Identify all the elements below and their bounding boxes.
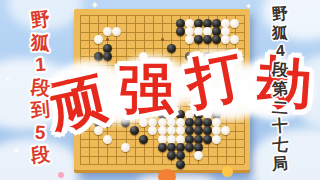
sparkle-icon: • — [307, 106, 309, 113]
left-caption-char: 1 — [34, 54, 46, 77]
sparkle-icon: ✦ — [4, 76, 11, 84]
black-stone — [194, 35, 203, 44]
left-caption: 野狐1段到5段 — [24, 9, 56, 167]
right-caption-char: 十 — [271, 117, 288, 137]
white-stone — [94, 35, 103, 44]
hoshi-point — [106, 38, 109, 41]
decoration-blob — [58, 172, 64, 178]
black-stone — [176, 27, 185, 36]
video-thumbnail: 野狐1段到5段 顽强打劫 野狐4段第二十七局 ✦✦✦✦•• — [0, 0, 320, 180]
sparkle-icon: • — [298, 50, 301, 59]
left-caption-char: 5 — [34, 121, 46, 144]
decoration-blob — [222, 166, 233, 177]
left-caption-char: 狐 — [30, 31, 51, 55]
white-stone — [121, 143, 130, 152]
white-stone — [221, 126, 230, 135]
right-caption-char: 段 — [271, 60, 289, 80]
right-caption-char: 二 — [271, 98, 288, 118]
left-caption-char: 段 — [29, 76, 50, 100]
black-stone — [139, 135, 148, 144]
white-stone — [103, 135, 112, 144]
white-stone — [103, 27, 112, 36]
right-caption-char: 局 — [271, 154, 288, 174]
black-stone — [203, 135, 212, 144]
white-stone — [112, 27, 121, 36]
right-caption-char: 第 — [271, 79, 289, 99]
right-caption-char: 野 — [271, 4, 289, 24]
decoration-blob — [158, 169, 176, 180]
black-stone — [176, 151, 185, 160]
title-char: 打 — [181, 39, 249, 122]
black-stone — [167, 44, 176, 53]
right-caption-char: 狐 — [271, 23, 288, 43]
white-stone — [230, 19, 239, 28]
hoshi-point — [161, 38, 164, 41]
black-stone — [185, 143, 194, 152]
left-caption-char: 段 — [29, 143, 50, 167]
black-stone — [158, 143, 167, 152]
grid-line — [80, 164, 244, 165]
white-stone — [185, 35, 194, 44]
left-caption-char: 野 — [29, 8, 51, 33]
right-caption: 野狐4段第二十七局 — [266, 5, 294, 173]
sparkle-icon: ✦ — [90, 0, 99, 11]
right-caption-char: 4 — [275, 42, 285, 61]
title-char: 强 — [119, 53, 174, 127]
right-caption-char: 七 — [271, 135, 289, 155]
white-stone — [212, 135, 221, 144]
sparkle-icon: ✦ — [245, 3, 252, 11]
left-caption-char: 到 — [30, 98, 51, 122]
white-stone — [194, 151, 203, 160]
black-stone — [176, 160, 185, 169]
black-stone — [167, 151, 176, 160]
grid-line — [80, 156, 244, 157]
sparkle-icon: ✦ — [12, 146, 20, 156]
